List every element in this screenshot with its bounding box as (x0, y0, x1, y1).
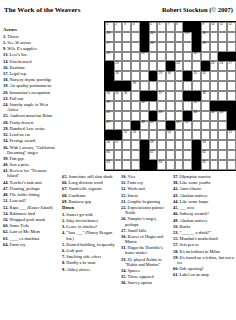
cell-number: 29 (159, 72, 162, 75)
grid-cell[interactable] (166, 42, 175, 52)
clue-item: 62. Garr of Mr. Mom (3, 229, 58, 234)
cell-number: 8 (176, 23, 178, 26)
grid-cell[interactable]: 62 (201, 150, 210, 160)
cell-number: 27 (229, 62, 232, 65)
grid-cell[interactable]: 22 (192, 52, 201, 62)
grid-cell[interactable]: 59 (201, 140, 210, 150)
grid-cell[interactable] (218, 160, 227, 170)
grid-cell[interactable] (114, 160, 123, 170)
grid-cell[interactable] (218, 32, 227, 42)
grid-cell[interactable] (131, 71, 140, 81)
grid-cell[interactable] (122, 150, 131, 160)
grid-cell[interactable] (183, 42, 192, 52)
cell-number: 37 (159, 92, 162, 95)
clue-item: 2. Inky invertebrates (62, 218, 117, 223)
grid-cell[interactable]: 10 (210, 22, 219, 32)
grid-cell[interactable] (166, 52, 175, 62)
clue-item: 60. Ode opening? (173, 266, 234, 271)
grid-cell[interactable] (227, 91, 236, 101)
grid-cell[interactable] (131, 140, 140, 150)
grid-cell[interactable]: 2 (114, 22, 123, 32)
black-square (201, 61, 210, 71)
clue-item: 8. Hardly a he-man (62, 260, 117, 265)
grid-cell[interactable] (183, 130, 192, 140)
grid-cell[interactable] (183, 61, 192, 71)
black-square (105, 81, 114, 91)
grid-cell[interactable]: 33 (131, 81, 140, 91)
clue-item: 42. Atari classic (173, 186, 234, 191)
grid-cell[interactable]: 32 (201, 71, 210, 81)
grid-cell[interactable] (114, 52, 123, 62)
cell-number: 25 (211, 62, 214, 65)
cell-number: 54 (168, 131, 171, 134)
grid-cell[interactable]: 38 (201, 91, 210, 101)
grid-cell[interactable]: 24 (175, 61, 184, 71)
cell-number: 16 (202, 32, 205, 35)
grid-cell[interactable] (175, 32, 184, 42)
cell-number: 49 (150, 121, 153, 124)
black-square (227, 111, 236, 121)
clue-item: 15. Intent (121, 193, 170, 198)
grid-cell[interactable] (166, 81, 175, 91)
grid-cell[interactable] (157, 32, 166, 42)
grid-cell[interactable]: 18 (149, 42, 158, 52)
clue-item: 36. Survey option (121, 280, 170, 285)
cell-number: 43 (159, 111, 162, 114)
black-square (183, 71, 192, 81)
clue-item: 49. Alaskan natives (173, 218, 234, 223)
grid-cell[interactable]: 54 (166, 130, 175, 140)
clue-item: 34. Prestige award (3, 138, 58, 143)
grid-cell[interactable]: 60 (105, 150, 114, 160)
cell-number: 30 (168, 72, 171, 75)
clue-item: 68. Condemn (62, 193, 117, 198)
clue-item: 34. Spaces (121, 268, 170, 273)
grid-cell[interactable] (201, 111, 210, 121)
grid-cell[interactable] (166, 101, 175, 111)
cell-number: 62 (202, 151, 205, 154)
grid-cell[interactable]: 45 (210, 111, 219, 121)
grid-cell[interactable]: 3 (122, 22, 131, 32)
black-square (192, 160, 201, 170)
grid-cell[interactable]: 23 (114, 61, 123, 71)
grid-cell[interactable] (227, 150, 236, 160)
clue-item: 28. Fruity dessert (3, 120, 58, 125)
grid-cell[interactable]: 65 (201, 160, 210, 170)
grid-cell[interactable] (218, 71, 227, 81)
black-square (149, 160, 158, 170)
clue-item: 24. Starchy staple in West Africa (3, 102, 58, 112)
grid-cell[interactable] (218, 42, 227, 52)
clue-item: 4. "Just ___" (Nancy Reagan line) (62, 230, 117, 240)
clue-item: 55. Mumbai's motherland (173, 236, 234, 241)
clue-item: 47. Floating, perhaps (3, 186, 58, 191)
grid-cell[interactable] (157, 81, 166, 91)
grid-cell[interactable] (166, 111, 175, 121)
clue-item: 44. Like some harps (173, 199, 234, 204)
clue-item: 46. Subway scratch? (173, 211, 234, 216)
grid-cell[interactable] (131, 111, 140, 121)
black-square (140, 160, 149, 170)
clue-item: 1. Throw (3, 34, 58, 39)
grid-cell[interactable] (149, 101, 158, 111)
cell-number: 55 (229, 131, 232, 134)
cell-number: 52 (124, 131, 127, 134)
grid-cell[interactable] (218, 140, 227, 150)
grid-cell[interactable]: 35 (114, 91, 123, 101)
grid-cell[interactable] (227, 160, 236, 170)
grid-cell[interactable] (131, 160, 140, 170)
clue-item: 6. Gulf port (62, 248, 117, 253)
clue-item: 9. Abbey alcove (62, 267, 117, 272)
grid-cell[interactable] (114, 32, 123, 42)
clue-item: 5. Domed building, frequently (62, 242, 117, 247)
clue-item: 25. Ambient musician Brian (3, 113, 58, 118)
page-title: The Work of the Weavers (4, 6, 80, 14)
grid-cell[interactable]: 53 (131, 130, 140, 140)
clue-item: 63. ____ ex machina (3, 236, 58, 241)
grid-cell[interactable] (192, 61, 201, 71)
grid-cell[interactable]: 8 (175, 22, 184, 32)
grid-cell[interactable] (131, 101, 140, 111)
black-square (140, 22, 149, 32)
grid-cell[interactable]: 15 (183, 32, 192, 42)
cell-number: 33 (133, 82, 136, 85)
cell-number: 26 (220, 62, 223, 65)
grid-cell[interactable] (192, 121, 201, 131)
clue-item: 54. Baltimore bird (3, 211, 58, 216)
grid-cell[interactable] (210, 140, 219, 150)
grid-cell[interactable]: 21 (140, 52, 149, 62)
clue-item: 60. Some Feds (3, 223, 58, 228)
grid-cell[interactable]: 12 (227, 22, 236, 32)
grid-cell[interactable] (183, 150, 192, 160)
grid-cell[interactable] (114, 101, 123, 111)
grid-cell[interactable] (131, 52, 140, 62)
grid-cell[interactable]: 37 (157, 91, 166, 101)
grid-cell[interactable] (114, 150, 123, 160)
clue-column-down-end: 37. Olympian warrior38. Like some youths… (173, 174, 234, 279)
cell-number: 39 (107, 101, 110, 104)
black-square (105, 71, 114, 81)
grid-cell[interactable] (227, 32, 236, 42)
black-square (105, 61, 114, 71)
cell-number: 22 (194, 52, 197, 55)
clue-item: 64. Farm cry (3, 242, 58, 247)
cell-number: 64 (159, 161, 162, 164)
cell-number: 60 (107, 151, 110, 154)
grid-cell[interactable] (166, 140, 175, 150)
clue-item: 26. Vampire's target, perhaps (121, 216, 170, 226)
cell-number: 50 (176, 121, 179, 124)
grid-cell[interactable]: 11 (218, 22, 227, 32)
grid-cell[interactable] (122, 140, 131, 150)
grid-cell[interactable] (149, 61, 158, 71)
grid-cell[interactable] (201, 130, 210, 140)
grid-cell[interactable] (210, 81, 219, 91)
cell-number: 58 (150, 141, 153, 144)
grid-cell[interactable] (122, 71, 131, 81)
grid-cell[interactable] (149, 81, 158, 91)
grid-cell[interactable] (175, 81, 184, 91)
grid-cell[interactable] (210, 150, 219, 160)
grid-cell[interactable] (192, 81, 201, 91)
grid-cell[interactable] (175, 150, 184, 160)
grid-cell[interactable] (122, 61, 131, 71)
clue-item: 23. Pull out (3, 96, 58, 101)
grid-cell[interactable]: 4 (131, 22, 140, 32)
grid-cell[interactable] (140, 81, 149, 91)
grid-cell[interactable] (175, 52, 184, 62)
clue-item: 53. "______ a drink?" (173, 230, 234, 235)
cell-number: 7 (168, 23, 170, 26)
cell-number: 45 (211, 111, 214, 114)
grid-cell[interactable]: 20 (105, 52, 114, 62)
grid-cell[interactable] (122, 111, 131, 121)
clue-item: 14. Unrehearsed (3, 59, 58, 64)
grid-cell[interactable] (131, 91, 140, 101)
grid-cell[interactable] (210, 71, 219, 81)
grid-cell[interactable]: 47 (105, 121, 114, 131)
grid-cell[interactable] (157, 130, 166, 140)
grid-cell[interactable] (183, 81, 192, 91)
grid-cell[interactable] (227, 140, 236, 150)
clue-item: 38. Like some youths (173, 180, 234, 185)
grid-cell[interactable]: 25 (210, 61, 219, 71)
clue-item: 1. Saucer go-with (62, 212, 117, 217)
clue-item: 37. Olympian warrior (173, 174, 234, 179)
black-square (140, 140, 149, 150)
clue-item: 56. Wrapped pork snack (3, 217, 58, 222)
grid-cell[interactable]: 27 (227, 61, 236, 71)
clue-column-across: Across1. Throw5. See 36 across9. Wile E'… (3, 27, 58, 248)
grid-cell[interactable] (210, 32, 219, 42)
clue-item: 69. Business grp. (62, 199, 117, 204)
cell-number: 19 (202, 42, 205, 45)
clue-item: 33. He played Robin in "Robin and Marian… (121, 257, 170, 267)
grid-cell[interactable] (183, 140, 192, 150)
grid-cell[interactable] (201, 81, 210, 91)
grid-cell[interactable]: 63 (105, 160, 114, 170)
cell-number: 11 (220, 23, 223, 26)
clue-item: 12. Work unit (121, 186, 170, 191)
grid-cell[interactable] (227, 42, 236, 52)
grid-cell[interactable] (149, 52, 158, 62)
grid-cell[interactable]: 19 (201, 42, 210, 52)
grid-cell[interactable] (157, 140, 166, 150)
cell-number: 12 (229, 23, 232, 26)
grid-cell[interactable] (175, 101, 184, 111)
clue-list-header: Down (62, 205, 117, 211)
clue-item: 30. Bearer of Hugin and Munin (121, 234, 170, 244)
grid-cell[interactable] (157, 52, 166, 62)
grid-cell[interactable]: 26 (218, 61, 227, 71)
grid-cell[interactable] (227, 71, 236, 81)
grid-cell[interactable]: 29 (157, 71, 166, 81)
grid-cell[interactable]: 61 (149, 150, 158, 160)
grid-cell[interactable] (122, 160, 131, 170)
grid-cell[interactable] (175, 71, 184, 81)
grid-cell[interactable] (210, 42, 219, 52)
grid-cell[interactable] (175, 91, 184, 101)
grid-cell[interactable]: 44 (192, 111, 201, 121)
grid-cell[interactable] (149, 130, 158, 140)
clue-item: 45. ___ avis (173, 205, 234, 210)
grid-cell[interactable] (210, 121, 219, 131)
grid-cell[interactable] (157, 61, 166, 71)
grid-cell[interactable]: 64 (157, 160, 166, 170)
grid-cell[interactable] (210, 130, 219, 140)
grid-cell[interactable]: 36 (122, 91, 131, 101)
grid-cell[interactable] (183, 160, 192, 170)
grid-cell[interactable] (183, 101, 192, 111)
grid-cell[interactable] (166, 160, 175, 170)
grid-cell[interactable] (218, 130, 227, 140)
black-square (114, 130, 123, 140)
grid-cell[interactable]: 56 (105, 140, 114, 150)
cell-number: 13 (107, 32, 110, 35)
crossword-grid[interactable]: 1234567891011121314151617181920212223242… (104, 21, 236, 171)
cell-number: 36 (124, 92, 127, 95)
grid-cell[interactable] (210, 160, 219, 170)
clue-item: 31. Hagar the Horrible's home-maker (121, 245, 170, 255)
grid-cell[interactable] (122, 42, 131, 52)
grid-cell[interactable]: 43 (157, 111, 166, 121)
cell-number: 24 (176, 62, 179, 65)
grid-cell[interactable] (122, 52, 131, 62)
cell-number: 4 (133, 23, 135, 26)
grid-cell[interactable] (175, 160, 184, 170)
grid-cell[interactable] (122, 121, 131, 131)
grid-cell[interactable] (140, 130, 149, 140)
grid-cell[interactable]: 28 (114, 71, 123, 81)
grid-cell[interactable] (166, 150, 175, 160)
clue-item: 59. It's found on a fedora, but not a fe… (173, 255, 234, 265)
black-square (166, 61, 175, 71)
grid-cell[interactable] (131, 32, 140, 42)
cell-number: 35 (115, 92, 118, 95)
cell-number: 10 (211, 23, 214, 26)
clue-item: 18. Nursery rhyme porridge (3, 77, 58, 82)
cell-number: 15 (185, 32, 188, 35)
grid-cell[interactable] (131, 150, 140, 160)
black-square (114, 81, 123, 91)
grid-cell[interactable] (201, 101, 210, 111)
grid-cell[interactable] (175, 130, 184, 140)
cell-number: 46 (220, 111, 223, 114)
cell-number: 6 (159, 23, 161, 26)
cell-number: 14 (150, 32, 153, 35)
cell-number: 23 (115, 62, 118, 65)
grid-cell[interactable]: 40 (140, 101, 149, 111)
grid-cell[interactable]: 30 (166, 71, 175, 81)
cell-number: 44 (194, 111, 197, 114)
grid-cell[interactable] (140, 71, 149, 81)
clue-item: 40. Sets a price (3, 162, 58, 167)
black-square (227, 101, 236, 111)
grid-cell[interactable]: 46 (218, 111, 227, 121)
grid-cell[interactable]: 6 (157, 22, 166, 32)
clue-item: 3. Leave in stitches? (62, 224, 117, 229)
grid-cell[interactable] (166, 32, 175, 42)
clue-column-across-end-down-start: 65. Sometime still shot shade66. Long di… (62, 174, 117, 273)
clue-item: 52. Rapa ___ (Easter Island) (3, 205, 58, 210)
cell-number: 57 (115, 141, 118, 144)
cell-number: 34 (107, 92, 110, 95)
grid-cell[interactable]: 52 (122, 130, 131, 140)
grid-cell[interactable] (218, 81, 227, 91)
grid-cell[interactable]: 57 (114, 140, 123, 150)
grid-cell[interactable]: 58 (149, 140, 158, 150)
grid-cell[interactable] (114, 121, 123, 131)
black-square (131, 121, 140, 131)
clue-item: 27. Small hills (121, 228, 170, 233)
grid-cell[interactable] (201, 52, 210, 62)
grid-cell[interactable] (140, 61, 149, 71)
black-square (192, 140, 201, 150)
grid-cell[interactable] (131, 42, 140, 52)
grid-cell[interactable] (131, 61, 140, 71)
cell-number: 65 (202, 161, 205, 164)
black-square (192, 150, 201, 160)
grid-cell[interactable] (157, 121, 166, 131)
clue-item: 5. See 36 across (3, 40, 58, 45)
grid-cell[interactable] (210, 52, 219, 62)
grid-cell[interactable] (218, 150, 227, 160)
black-square (166, 121, 175, 131)
clue-item: 65. Sometime still shot shade (62, 174, 117, 179)
cell-number: 2 (115, 23, 117, 26)
grid-cell[interactable] (218, 91, 227, 101)
grid-cell[interactable] (157, 42, 166, 52)
grid-cell[interactable]: 55 (227, 130, 236, 140)
grid-cell[interactable] (175, 140, 184, 150)
cell-number: 56 (107, 141, 110, 144)
grid-cell[interactable]: 50 (175, 121, 184, 131)
black-square (218, 52, 227, 62)
grid-cell[interactable] (218, 121, 227, 131)
grid-cell[interactable]: 48 (140, 121, 149, 131)
black-square (105, 130, 114, 140)
grid-cell[interactable]: 7 (166, 22, 175, 32)
cell-number: 59 (202, 141, 205, 144)
grid-cell[interactable]: 49 (149, 121, 158, 131)
black-square (140, 32, 149, 42)
grid-cell[interactable]: 51 (183, 121, 192, 131)
grid-cell[interactable] (175, 42, 184, 52)
grid-cell[interactable] (122, 32, 131, 42)
grid-cell[interactable] (192, 130, 201, 140)
grid-cell[interactable] (114, 111, 123, 121)
clue-item: 11. Farm cry (121, 180, 170, 185)
clue-item: 20. Insomniac's occupation (3, 90, 58, 95)
grid-cell[interactable] (227, 81, 236, 91)
grid-cell[interactable] (201, 121, 210, 131)
clue-item: 66. Long division word (62, 180, 117, 185)
grid-cell[interactable] (210, 91, 219, 101)
clue-item: 48. File folder fitting (3, 192, 58, 197)
clue-item: 32. Lend an ear (3, 132, 58, 137)
grid-cell[interactable] (157, 150, 166, 160)
clue-item: 9. Wile E's supplier (3, 46, 58, 51)
grid-cell[interactable] (166, 91, 175, 101)
grid-cell[interactable] (183, 52, 192, 62)
cell-number: 51 (185, 121, 188, 124)
clue-item: 19. Air quality portmanteau (3, 83, 58, 88)
grid-cell[interactable] (114, 42, 123, 52)
grid-cell[interactable]: 31 (192, 71, 201, 81)
grid-cell[interactable] (122, 101, 131, 111)
